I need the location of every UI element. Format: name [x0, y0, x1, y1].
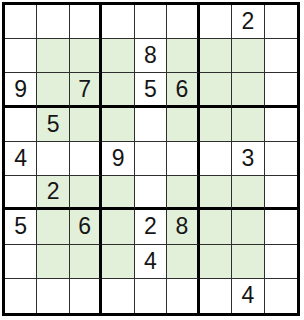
cell-r1c2[interactable]: [37, 5, 69, 39]
cell-r1c9[interactable]: [265, 5, 297, 39]
cell-r4c6[interactable]: [167, 108, 199, 142]
cell-r3c6[interactable]: 6: [167, 73, 199, 107]
cell-r5c9[interactable]: [265, 142, 297, 176]
cell-r2c8[interactable]: [232, 39, 264, 73]
cell-r2c9[interactable]: [265, 39, 297, 73]
cell-r1c5[interactable]: [135, 5, 167, 39]
cell-r8c2[interactable]: [37, 245, 69, 279]
cell-r2c2[interactable]: [37, 39, 69, 73]
cell-r9c6[interactable]: [167, 279, 199, 313]
cell-r9c9[interactable]: [265, 279, 297, 313]
cell-r4c4[interactable]: [102, 108, 134, 142]
cell-r7c8[interactable]: [232, 210, 264, 244]
cell-r6c4[interactable]: [102, 176, 134, 210]
cell-r8c5[interactable]: 4: [135, 245, 167, 279]
cell-r8c4[interactable]: [102, 245, 134, 279]
given-digit: 3: [241, 147, 254, 170]
cell-r2c1[interactable]: [5, 39, 37, 73]
cell-r7c9[interactable]: [265, 210, 297, 244]
cell-r6c1[interactable]: [5, 176, 37, 210]
cell-r9c1[interactable]: [5, 279, 37, 313]
given-digit: 5: [14, 215, 27, 238]
cell-r8c6[interactable]: [167, 245, 199, 279]
cell-r1c6[interactable]: [167, 5, 199, 39]
cell-r4c8[interactable]: [232, 108, 264, 142]
given-digit: 9: [112, 147, 125, 170]
cell-r5c2[interactable]: [37, 142, 69, 176]
cell-r9c8[interactable]: 4: [232, 279, 264, 313]
cell-r4c3[interactable]: [70, 108, 102, 142]
given-digit: 6: [176, 78, 189, 101]
sudoku-board: 28975654932562844: [2, 2, 300, 316]
cell-r3c5[interactable]: 5: [135, 73, 167, 107]
given-digit: 5: [47, 113, 60, 136]
given-digit: 6: [78, 215, 91, 238]
given-digit: 9: [14, 78, 27, 101]
cell-r7c1[interactable]: 5: [5, 210, 37, 244]
cell-r8c1[interactable]: [5, 245, 37, 279]
cell-r1c4[interactable]: [102, 5, 134, 39]
cell-r2c5[interactable]: 8: [135, 39, 167, 73]
cell-r6c9[interactable]: [265, 176, 297, 210]
given-digit: 7: [78, 78, 91, 101]
cell-r8c7[interactable]: [200, 245, 232, 279]
given-digit: 2: [47, 180, 60, 203]
cell-r3c3[interactable]: 7: [70, 73, 102, 107]
cell-r8c8[interactable]: [232, 245, 264, 279]
cell-r3c4[interactable]: [102, 73, 134, 107]
cell-r3c1[interactable]: 9: [5, 73, 37, 107]
cell-r6c5[interactable]: [135, 176, 167, 210]
given-digit: 4: [14, 147, 27, 170]
cell-r5c8[interactable]: 3: [232, 142, 264, 176]
cell-r5c7[interactable]: [200, 142, 232, 176]
given-digit: 4: [144, 250, 157, 273]
cell-r4c9[interactable]: [265, 108, 297, 142]
given-digit: 2: [241, 10, 254, 33]
cell-r2c6[interactable]: [167, 39, 199, 73]
cell-r2c7[interactable]: [200, 39, 232, 73]
cell-r4c2[interactable]: 5: [37, 108, 69, 142]
given-digit: 8: [176, 215, 189, 238]
cell-r2c4[interactable]: [102, 39, 134, 73]
cell-r8c9[interactable]: [265, 245, 297, 279]
cell-r7c6[interactable]: 8: [167, 210, 199, 244]
cell-r9c3[interactable]: [70, 279, 102, 313]
cell-r6c3[interactable]: [70, 176, 102, 210]
sudoku-page: 28975654932562844: [0, 0, 304, 320]
cell-r1c3[interactable]: [70, 5, 102, 39]
given-digit: 2: [144, 215, 157, 238]
cell-r7c7[interactable]: [200, 210, 232, 244]
given-digit: 5: [144, 78, 157, 101]
cell-r9c5[interactable]: [135, 279, 167, 313]
cell-r5c5[interactable]: [135, 142, 167, 176]
cell-r5c4[interactable]: 9: [102, 142, 134, 176]
cell-r1c8[interactable]: 2: [232, 5, 264, 39]
cell-r7c4[interactable]: [102, 210, 134, 244]
cell-r4c5[interactable]: [135, 108, 167, 142]
cell-r5c3[interactable]: [70, 142, 102, 176]
cell-r8c3[interactable]: [70, 245, 102, 279]
cell-r3c7[interactable]: [200, 73, 232, 107]
cell-r9c4[interactable]: [102, 279, 134, 313]
cell-r5c6[interactable]: [167, 142, 199, 176]
cell-r1c1[interactable]: [5, 5, 37, 39]
cell-r3c8[interactable]: [232, 73, 264, 107]
given-digit: 4: [241, 284, 254, 307]
cell-r1c7[interactable]: [200, 5, 232, 39]
cell-r6c7[interactable]: [200, 176, 232, 210]
cell-r2c3[interactable]: [70, 39, 102, 73]
cell-r6c8[interactable]: [232, 176, 264, 210]
cell-r3c2[interactable]: [37, 73, 69, 107]
cell-r4c7[interactable]: [200, 108, 232, 142]
cell-r4c1[interactable]: [5, 108, 37, 142]
cell-r6c6[interactable]: [167, 176, 199, 210]
cell-r6c2[interactable]: 2: [37, 176, 69, 210]
cell-r7c2[interactable]: [37, 210, 69, 244]
cell-r9c2[interactable]: [37, 279, 69, 313]
cell-r5c1[interactable]: 4: [5, 142, 37, 176]
cell-r3c9[interactable]: [265, 73, 297, 107]
cell-r7c3[interactable]: 6: [70, 210, 102, 244]
given-digit: 8: [144, 44, 157, 67]
cell-r9c7[interactable]: [200, 279, 232, 313]
cell-r7c5[interactable]: 2: [135, 210, 167, 244]
